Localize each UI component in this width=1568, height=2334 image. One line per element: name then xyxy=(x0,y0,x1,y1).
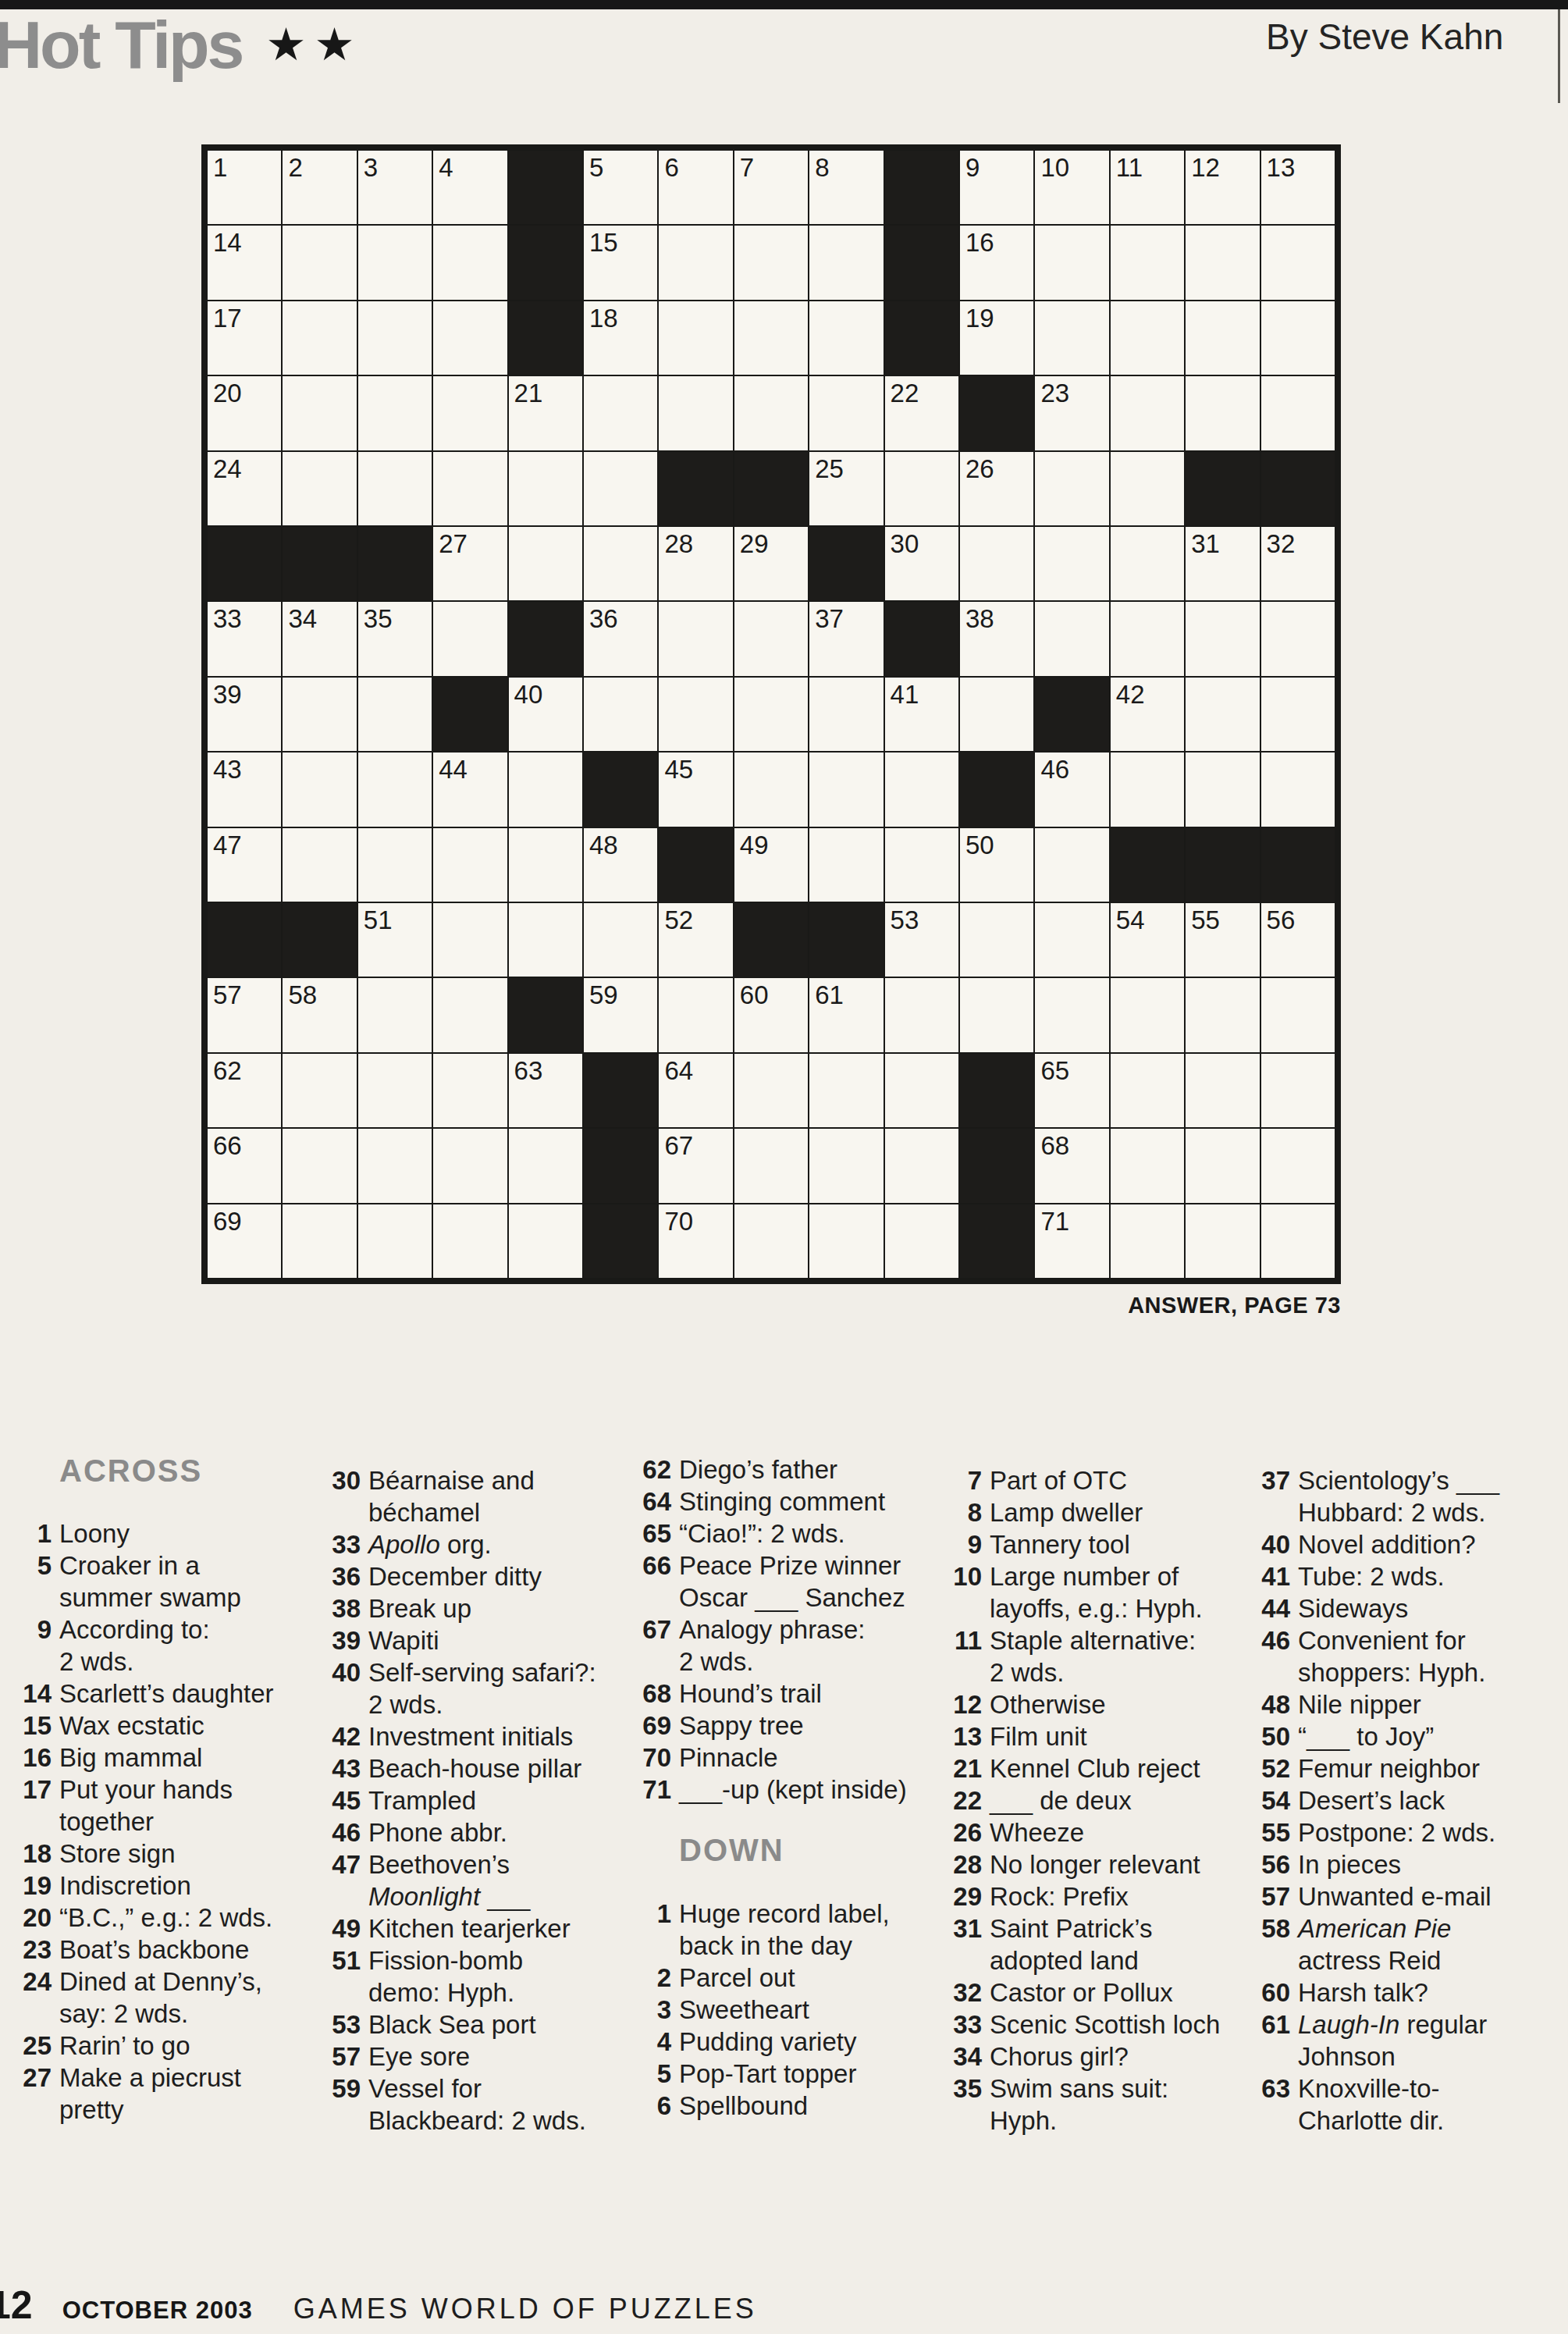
clue-number: 6 xyxy=(635,2090,679,2122)
grid-cell[interactable] xyxy=(960,903,1033,977)
grid-cell[interactable] xyxy=(358,376,432,450)
down-clue-29: 29Rock: Prefix xyxy=(946,1880,1247,1912)
across-clue-45: 45Trampled xyxy=(325,1784,626,1816)
cell-number: 10 xyxy=(1040,153,1069,183)
grid-cell[interactable] xyxy=(1186,226,1259,299)
grid-cell[interactable]: 23 xyxy=(1035,376,1108,450)
grid-cell[interactable]: 9 xyxy=(960,151,1033,224)
grid-cell[interactable] xyxy=(433,376,507,450)
clue-text: Pudding variety xyxy=(679,2026,856,2058)
clue-text: Peace Prize winner Oscar ___ Sanchez xyxy=(679,1549,905,1614)
grid-cell[interactable] xyxy=(1035,978,1108,1051)
grid-cell[interactable] xyxy=(659,602,732,675)
clue-number: 8 xyxy=(946,1496,990,1528)
grid-cell[interactable]: 43 xyxy=(208,753,281,826)
grid-cell[interactable]: 30 xyxy=(885,527,958,600)
clue-number: 16 xyxy=(16,1742,59,1774)
grid-cell[interactable] xyxy=(809,1204,883,1278)
grid-cell[interactable] xyxy=(1111,376,1184,450)
clue-number: 65 xyxy=(635,1517,679,1549)
cell-number: 63 xyxy=(514,1056,543,1086)
grid-cell[interactable]: 53 xyxy=(885,903,958,977)
across-clue-43: 43Beach-house pillar xyxy=(325,1752,626,1784)
grid-cell[interactable] xyxy=(1111,301,1184,375)
grid-cell[interactable] xyxy=(1035,452,1108,525)
black-cell xyxy=(885,226,958,299)
grid-cell[interactable]: 21 xyxy=(509,376,582,450)
grid-cell[interactable] xyxy=(885,828,958,902)
down-clue-37: 37Scientology’s ___ Hubbard: 2 wds. xyxy=(1254,1464,1556,1528)
grid-cell[interactable] xyxy=(1261,1054,1335,1127)
cell-number: 32 xyxy=(1267,529,1296,559)
across-clue-27: 27Make a piecrust pretty xyxy=(16,2062,317,2126)
grid-cell[interactable]: 45 xyxy=(659,753,732,826)
grid-cell[interactable]: 42 xyxy=(1111,678,1184,751)
clue-text: Rock: Prefix xyxy=(990,1880,1129,1912)
clue-number: 61 xyxy=(1254,2008,1298,2072)
grid-cell[interactable] xyxy=(433,602,507,675)
grid-cell[interactable] xyxy=(283,376,356,450)
grid-cell[interactable] xyxy=(283,828,356,902)
cell-number: 46 xyxy=(1040,755,1069,785)
grid-cell[interactable] xyxy=(358,226,432,299)
grid-cell[interactable]: 2 xyxy=(283,151,356,224)
grid-cell[interactable] xyxy=(659,978,732,1051)
grid-cell[interactable] xyxy=(659,376,732,450)
grid-cell[interactable] xyxy=(1186,1054,1259,1127)
grid-cell[interactable] xyxy=(1111,226,1184,299)
grid-cell[interactable]: 15 xyxy=(584,226,657,299)
down-header: DOWN xyxy=(679,1833,937,1867)
grid-cell[interactable] xyxy=(1261,376,1335,450)
down-clue-46: 46Convenient for shoppers: Hyph. xyxy=(1254,1624,1556,1688)
grid-cell[interactable]: 41 xyxy=(885,678,958,751)
grid-cell[interactable] xyxy=(283,753,356,826)
grid-cell[interactable]: 51 xyxy=(358,903,432,977)
cell-number: 1 xyxy=(213,153,227,183)
cell-number: 47 xyxy=(213,831,242,860)
grid-cell[interactable]: 61 xyxy=(809,978,883,1051)
cell-number: 64 xyxy=(664,1056,693,1086)
grid-cell[interactable]: 52 xyxy=(659,903,732,977)
grid-cell[interactable] xyxy=(734,376,808,450)
grid-cell[interactable] xyxy=(1111,1054,1184,1127)
clue-text: Black Sea port xyxy=(368,2008,536,2040)
clue-text: “B.C.,” e.g.: 2 wds. xyxy=(59,1902,272,1934)
grid-cell[interactable] xyxy=(1186,1204,1259,1278)
grid-cell[interactable]: 11 xyxy=(1111,151,1184,224)
black-cell xyxy=(584,1054,657,1127)
grid-cell[interactable] xyxy=(1186,376,1259,450)
down-clue-13: 13Film unit xyxy=(946,1720,1247,1752)
grid-cell[interactable] xyxy=(1186,678,1259,751)
grid-cell[interactable] xyxy=(960,678,1033,751)
cell-number: 5 xyxy=(589,153,603,183)
down-clue-52: 52Femur neighbor xyxy=(1254,1752,1556,1784)
grid-cell[interactable]: 26 xyxy=(960,452,1033,525)
clue-number: 36 xyxy=(325,1560,368,1592)
clue-number: 2 xyxy=(635,1962,679,1994)
grid-cell[interactable] xyxy=(885,1054,958,1127)
black-cell xyxy=(960,1129,1033,1202)
grid-cell[interactable]: 47 xyxy=(208,828,281,902)
clue-text: Pop-Tart topper xyxy=(679,2058,856,2090)
grid-cell[interactable] xyxy=(1111,753,1184,826)
grid-cell[interactable] xyxy=(809,753,883,826)
clue-number: 4 xyxy=(635,2026,679,2058)
grid-cell[interactable]: 27 xyxy=(433,527,507,600)
grid-cell[interactable]: 6 xyxy=(659,151,732,224)
across-clue-15: 15Wax ecstatic xyxy=(16,1710,317,1742)
grid-cell[interactable]: 46 xyxy=(1035,753,1108,826)
grid-cell[interactable]: 24 xyxy=(208,452,281,525)
grid-cell[interactable]: 31 xyxy=(1186,527,1259,600)
grid-cell[interactable]: 18 xyxy=(584,301,657,375)
grid-cell[interactable]: 63 xyxy=(509,1054,582,1127)
grid-cell[interactable] xyxy=(1186,602,1259,675)
cell-number: 21 xyxy=(514,379,543,408)
grid-cell[interactable] xyxy=(734,301,808,375)
grid-cell[interactable]: 59 xyxy=(584,978,657,1051)
grid-cell[interactable] xyxy=(509,1129,582,1202)
cell-number: 12 xyxy=(1191,153,1220,183)
grid-cell[interactable]: 35 xyxy=(358,602,432,675)
grid-cell[interactable] xyxy=(1111,1129,1184,1202)
clue-number: 21 xyxy=(946,1752,990,1784)
cell-number: 57 xyxy=(213,980,242,1010)
clue-number: 53 xyxy=(325,2008,368,2040)
across-clue-42: 42Investment initials xyxy=(325,1720,626,1752)
clue-text: Tannery tool xyxy=(990,1528,1130,1560)
grid-cell[interactable] xyxy=(885,1129,958,1202)
grid-cell[interactable] xyxy=(1035,602,1108,675)
cell-number: 3 xyxy=(364,153,378,183)
grid-cell[interactable]: 29 xyxy=(734,527,808,600)
across-clue-70: 70Pinnacle xyxy=(635,1742,937,1774)
grid-cell[interactable]: 17 xyxy=(208,301,281,375)
clue-number: 9 xyxy=(946,1528,990,1560)
grid-cell[interactable] xyxy=(1261,678,1335,751)
grid-cell[interactable] xyxy=(358,452,432,525)
grid-cell[interactable]: 34 xyxy=(283,602,356,675)
grid-cell[interactable] xyxy=(509,1204,582,1278)
grid-cell[interactable] xyxy=(433,1204,507,1278)
grid-cell[interactable]: 33 xyxy=(208,602,281,675)
grid-cell[interactable]: 39 xyxy=(208,678,281,751)
across-clue-66: 66Peace Prize winner Oscar ___ Sanchez xyxy=(635,1549,937,1614)
cell-number: 37 xyxy=(815,604,844,634)
clue-text: ___ de deux xyxy=(990,1784,1132,1816)
grid-cell[interactable]: 56 xyxy=(1261,903,1335,977)
grid-cell[interactable]: 64 xyxy=(659,1054,732,1127)
grid-cell[interactable] xyxy=(358,1129,432,1202)
clue-text: Large number of layoffs, e.g.: Hyph. xyxy=(990,1560,1203,1624)
grid-cell[interactable]: 4 xyxy=(433,151,507,224)
grid-cell[interactable] xyxy=(1261,226,1335,299)
cell-number: 51 xyxy=(364,905,393,935)
grid-cell[interactable] xyxy=(584,527,657,600)
clue-text: Beethoven’s Moonlight ___ xyxy=(368,1848,530,1912)
grid-cell[interactable]: 28 xyxy=(659,527,732,600)
grid-cell[interactable] xyxy=(358,1204,432,1278)
clue-number: 64 xyxy=(635,1485,679,1517)
grid-cell[interactable]: 68 xyxy=(1035,1129,1108,1202)
grid-cell[interactable]: 25 xyxy=(809,452,883,525)
grid-cell[interactable] xyxy=(1186,978,1259,1051)
black-cell xyxy=(885,301,958,375)
grid-cell[interactable]: 12 xyxy=(1186,151,1259,224)
grid-cell[interactable]: 40 xyxy=(509,678,582,751)
clue-column: 62Diego’s father64Stinging comment65“Cia… xyxy=(635,1453,937,2122)
across-header: ACROSS xyxy=(59,1453,317,1488)
across-clue-65: 65“Ciao!”: 2 wds. xyxy=(635,1517,937,1549)
grid-cell[interactable]: 70 xyxy=(659,1204,732,1278)
grid-cell[interactable] xyxy=(1261,978,1335,1051)
clue-text: Croaker in a summer swamp xyxy=(59,1549,241,1614)
across-clue-67: 67Analogy phrase: 2 wds. xyxy=(635,1614,937,1678)
grid-cell[interactable] xyxy=(358,301,432,375)
clue-text: Sweetheart xyxy=(679,1994,809,2026)
grid-cell[interactable] xyxy=(283,226,356,299)
cell-number: 38 xyxy=(965,604,994,634)
grid-cell[interactable] xyxy=(734,1129,808,1202)
clue-text: Castor or Pollux xyxy=(990,1976,1173,2008)
grid-cell[interactable] xyxy=(1261,753,1335,826)
grid-cell[interactable]: 62 xyxy=(208,1054,281,1127)
grid-cell[interactable] xyxy=(509,828,582,902)
grid-cell[interactable] xyxy=(885,1204,958,1278)
clue-number: 66 xyxy=(635,1549,679,1614)
grid-cell[interactable] xyxy=(734,1204,808,1278)
grid-cell[interactable] xyxy=(283,301,356,375)
answer-note: ANSWER, PAGE 73 xyxy=(201,1293,1341,1318)
grid-cell[interactable] xyxy=(734,678,808,751)
grid-cell[interactable]: 14 xyxy=(208,226,281,299)
black-cell xyxy=(584,753,657,826)
grid-cell[interactable]: 5 xyxy=(584,151,657,224)
black-cell xyxy=(1261,828,1335,902)
grid-cell[interactable] xyxy=(283,1129,356,1202)
down-clue-26: 26Wheeze xyxy=(946,1816,1247,1848)
grid-cell[interactable] xyxy=(283,1054,356,1127)
grid-cell[interactable]: 8 xyxy=(809,151,883,224)
grid-cell[interactable] xyxy=(885,753,958,826)
grid-cell[interactable] xyxy=(734,602,808,675)
grid-cell[interactable]: 66 xyxy=(208,1129,281,1202)
clue-text: December ditty xyxy=(368,1560,542,1592)
grid-cell[interactable]: 22 xyxy=(885,376,958,450)
grid-cell[interactable] xyxy=(809,678,883,751)
grid-cell[interactable] xyxy=(433,452,507,525)
grid-cell[interactable] xyxy=(433,903,507,977)
clue-number: 51 xyxy=(325,1944,368,2008)
grid-cell[interactable]: 50 xyxy=(960,828,1033,902)
grid-cell[interactable] xyxy=(734,753,808,826)
grid-cell[interactable] xyxy=(509,527,582,600)
grid-cell[interactable] xyxy=(1035,226,1108,299)
grid-cell[interactable]: 65 xyxy=(1035,1054,1108,1127)
across-clue-36: 36December ditty xyxy=(325,1560,626,1592)
black-cell xyxy=(734,903,808,977)
clue-text: Béarnaise and béchamel xyxy=(368,1464,535,1528)
grid-cell[interactable]: 60 xyxy=(734,978,808,1051)
clue-number: 10 xyxy=(946,1560,990,1624)
clue-number: 3 xyxy=(635,1994,679,2026)
clue-text: Scenic Scottish loch xyxy=(990,2008,1220,2040)
grid-cell[interactable] xyxy=(1035,527,1108,600)
grid-cell[interactable]: 10 xyxy=(1035,151,1108,224)
grid-cell[interactable] xyxy=(659,301,732,375)
across-clue-51: 51Fission-bomb demo: Hyph. xyxy=(325,1944,626,2008)
black-cell xyxy=(509,602,582,675)
grid-cell[interactable] xyxy=(1261,1129,1335,1202)
grid-cell[interactable] xyxy=(885,452,958,525)
grid-cell[interactable] xyxy=(1261,301,1335,375)
grid-cell[interactable]: 71 xyxy=(1035,1204,1108,1278)
grid-cell[interactable] xyxy=(1035,903,1108,977)
grid-cell[interactable] xyxy=(1111,452,1184,525)
grid-cell[interactable] xyxy=(433,301,507,375)
clues-area: ACROSS1Loony5Croaker in a summer swamp9A… xyxy=(0,1453,1568,2203)
grid-cell[interactable] xyxy=(1111,527,1184,600)
puzzle-title-text: Hot Tips xyxy=(0,7,242,82)
grid-cell[interactable]: 57 xyxy=(208,978,281,1051)
cell-number: 30 xyxy=(891,529,919,559)
clue-number: 47 xyxy=(325,1848,368,1912)
grid-cell[interactable]: 36 xyxy=(584,602,657,675)
grid-cell[interactable] xyxy=(1111,978,1184,1051)
grid-cell[interactable] xyxy=(734,1054,808,1127)
grid-cell[interactable] xyxy=(1186,753,1259,826)
cell-number: 62 xyxy=(213,1056,242,1086)
clue-text: Self-serving safari?: 2 wds. xyxy=(368,1656,596,1720)
grid-cell[interactable] xyxy=(809,226,883,299)
grid-cell[interactable]: 1 xyxy=(208,151,281,224)
clue-number: 62 xyxy=(635,1453,679,1485)
grid-cell[interactable]: 44 xyxy=(433,753,507,826)
grid-cell[interactable] xyxy=(809,376,883,450)
across-clue-19: 19Indiscretion xyxy=(16,1870,317,1902)
grid-cell[interactable] xyxy=(960,978,1033,1051)
clue-text: Laugh-In regular Johnson xyxy=(1298,2008,1487,2072)
across-clue-18: 18Store sign xyxy=(16,1838,317,1870)
grid-cell[interactable] xyxy=(1261,602,1335,675)
grid-cell[interactable] xyxy=(960,527,1033,600)
grid-cell[interactable] xyxy=(809,828,883,902)
grid-cell[interactable] xyxy=(584,452,657,525)
down-clue-11: 11Staple alternative: 2 wds. xyxy=(946,1624,1247,1688)
clue-number: 48 xyxy=(1254,1688,1298,1720)
grid-cell[interactable] xyxy=(1261,1204,1335,1278)
grid-cell[interactable] xyxy=(433,828,507,902)
grid-cell[interactable]: 48 xyxy=(584,828,657,902)
grid-cell[interactable]: 13 xyxy=(1261,151,1335,224)
grid-cell[interactable] xyxy=(1111,1204,1184,1278)
grid-cell[interactable] xyxy=(659,226,732,299)
cell-number: 16 xyxy=(965,228,994,258)
grid-cell[interactable] xyxy=(584,376,657,450)
grid-cell[interactable] xyxy=(734,226,808,299)
grid-cell[interactable] xyxy=(659,678,732,751)
clue-text: Convenient for shoppers: Hyph. xyxy=(1298,1624,1485,1688)
grid-cell[interactable] xyxy=(433,1054,507,1127)
grid-cell[interactable] xyxy=(358,1054,432,1127)
grid-cell[interactable] xyxy=(509,903,582,977)
grid-cell[interactable] xyxy=(509,753,582,826)
down-clue-28: 28No longer relevant xyxy=(946,1848,1247,1880)
grid-cell[interactable] xyxy=(358,678,432,751)
cell-number: 27 xyxy=(439,529,468,559)
across-clue-53: 53Black Sea port xyxy=(325,2008,626,2040)
clue-text: Huge record label, back in the day xyxy=(679,1898,890,1962)
clue-text: Lamp dweller xyxy=(990,1496,1143,1528)
grid-cell[interactable] xyxy=(283,1204,356,1278)
clue-column: 37Scientology’s ___ Hubbard: 2 wds.40Nov… xyxy=(1254,1453,1556,2137)
clue-number: 19 xyxy=(16,1870,59,1902)
grid-cell[interactable] xyxy=(283,678,356,751)
grid-cell[interactable] xyxy=(584,903,657,977)
clue-number: 15 xyxy=(16,1710,59,1742)
grid-cell[interactable]: 19 xyxy=(960,301,1033,375)
grid-cell[interactable]: 55 xyxy=(1186,903,1259,977)
grid-cell[interactable]: 69 xyxy=(208,1204,281,1278)
grid-cell[interactable] xyxy=(1186,301,1259,375)
cell-number: 4 xyxy=(439,153,453,183)
grid-cell[interactable]: 7 xyxy=(734,151,808,224)
grid-cell[interactable] xyxy=(358,828,432,902)
grid-cell[interactable] xyxy=(433,1129,507,1202)
grid-cell[interactable] xyxy=(885,978,958,1051)
black-cell xyxy=(885,602,958,675)
grid-cell[interactable]: 32 xyxy=(1261,527,1335,600)
clue-number: 1 xyxy=(635,1898,679,1962)
grid-cell[interactable] xyxy=(1035,828,1108,902)
grid-cell[interactable] xyxy=(809,1129,883,1202)
grid-cell[interactable]: 16 xyxy=(960,226,1033,299)
grid-cell[interactable] xyxy=(433,978,507,1051)
grid-cell[interactable] xyxy=(509,452,582,525)
black-cell xyxy=(1186,828,1259,902)
grid-cell[interactable] xyxy=(809,1054,883,1127)
crossword-grid: 1234567891011121314151617181920212223242… xyxy=(201,144,1341,1284)
grid-cell[interactable] xyxy=(809,301,883,375)
grid-cell[interactable]: 49 xyxy=(734,828,808,902)
grid-cell[interactable]: 38 xyxy=(960,602,1033,675)
grid-cell[interactable]: 67 xyxy=(659,1129,732,1202)
clue-text: Loony xyxy=(59,1517,130,1549)
grid-cell[interactable] xyxy=(433,226,507,299)
grid-cell[interactable] xyxy=(358,753,432,826)
grid-cell[interactable]: 3 xyxy=(358,151,432,224)
grid-cell[interactable] xyxy=(584,678,657,751)
black-cell xyxy=(734,452,808,525)
grid-cell[interactable]: 20 xyxy=(208,376,281,450)
clue-number: 9 xyxy=(16,1614,59,1678)
clue-text: “___ to Joy” xyxy=(1298,1720,1434,1752)
clue-number: 54 xyxy=(1254,1784,1298,1816)
grid-cell[interactable]: 37 xyxy=(809,602,883,675)
grid-cell[interactable]: 54 xyxy=(1111,903,1184,977)
grid-cell[interactable] xyxy=(1035,301,1108,375)
grid-cell[interactable]: 58 xyxy=(283,978,356,1051)
grid-cell[interactable] xyxy=(358,978,432,1051)
grid-cell[interactable] xyxy=(1111,602,1184,675)
black-cell xyxy=(509,978,582,1051)
cell-number: 36 xyxy=(589,604,618,634)
black-cell xyxy=(960,753,1033,826)
grid-cell[interactable] xyxy=(283,452,356,525)
grid-cell[interactable] xyxy=(1186,1129,1259,1202)
